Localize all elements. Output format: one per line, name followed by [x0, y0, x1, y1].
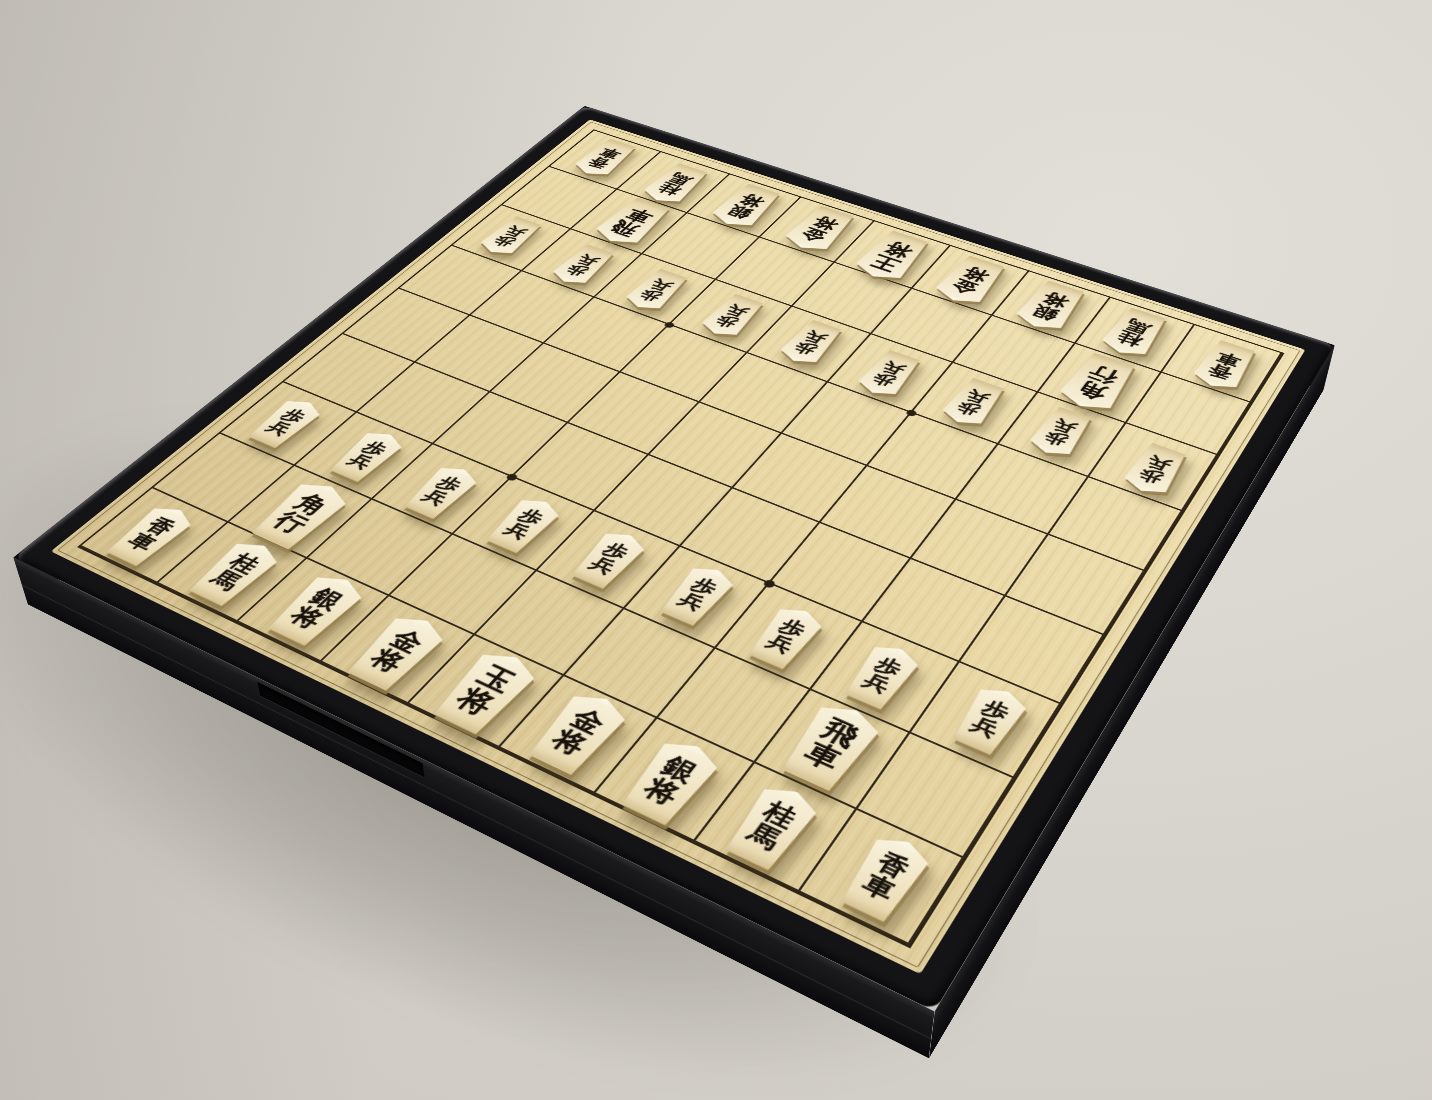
board-surface: 香車桂馬銀将金将王将金将銀将桂馬香車飛車角行歩兵歩兵歩兵歩兵歩兵歩兵歩兵歩兵歩兵…: [51, 119, 1306, 974]
piece-face: 玉将: [416, 640, 556, 743]
board-cell[interactable]: [715, 584, 862, 690]
star-point: [762, 579, 777, 589]
board-cell[interactable]: [389, 535, 537, 636]
piece-sente-pawn[interactable]: 歩兵: [937, 677, 1042, 762]
board-cell[interactable]: [694, 763, 856, 892]
board-cell[interactable]: [960, 597, 1105, 705]
piece-face: 飛車: [762, 692, 900, 801]
piece-sente-pawn[interactable]: 歩兵: [474, 490, 575, 559]
piece-sente-pawn[interactable]: 歩兵: [558, 523, 659, 594]
board-cell[interactable]: [799, 810, 964, 946]
piece-face: 歩兵: [937, 677, 1042, 762]
board-cell[interactable]: [595, 719, 755, 842]
photo-scene: 香車桂馬銀将金将王将金将銀将桂馬香車飛車角行歩兵歩兵歩兵歩兵歩兵歩兵歩兵歩兵歩兵…: [0, 0, 1432, 1100]
perspective-wrapper: 香車桂馬銀将金将王将金将銀将桂馬香車飛車角行歩兵歩兵歩兵歩兵歩兵歩兵歩兵歩兵歩兵…: [0, 0, 1432, 1100]
board-cell[interactable]: [956, 445, 1089, 535]
board-cell[interactable]: [755, 690, 910, 810]
piece-sente-lance[interactable]: 香車: [823, 824, 948, 931]
piece-sente-bishop[interactable]: 角行: [236, 472, 365, 557]
shogi-box: 香車桂馬銀将金将王将金将銀将桂馬香車飛車角行歩兵歩兵歩兵歩兵歩兵歩兵歩兵歩兵歩兵…: [13, 106, 1334, 1012]
board-cell[interactable]: [152, 434, 294, 523]
board-cell[interactable]: [307, 500, 453, 597]
star-point: [505, 473, 519, 482]
board-cell[interactable]: [820, 466, 956, 559]
piece-sente-pawn[interactable]: 歩兵: [734, 598, 838, 676]
board-cell[interactable]: [372, 444, 512, 534]
piece-gote-pawn[interactable]: 歩兵: [1110, 438, 1200, 502]
piece-face: 香車: [94, 498, 208, 573]
piece-face: 桂馬: [175, 532, 295, 613]
piece-face: 桂馬: [708, 774, 837, 879]
board-cell[interactable]: [594, 455, 732, 547]
piece-sente-lance[interactable]: 香車: [94, 498, 208, 573]
piece-sente-silver[interactable]: 銀将: [253, 565, 381, 654]
piece-face: 銀将: [253, 565, 381, 654]
board-cell[interactable]: [157, 523, 307, 622]
board-cell[interactable]: [862, 559, 1005, 663]
board-cell[interactable]: [680, 489, 820, 584]
piece-face: 角行: [236, 472, 365, 557]
board-cell[interactable]: [624, 547, 769, 649]
board-cell[interactable]: [657, 649, 810, 763]
board-cell[interactable]: [321, 596, 475, 704]
board-cell[interactable]: [237, 559, 389, 662]
board-cell[interactable]: [1006, 535, 1145, 636]
piece-sente-gold[interactable]: 金将: [331, 605, 463, 699]
piece-sente-silver[interactable]: 銀将: [603, 728, 738, 834]
piece-face: 歩兵: [830, 636, 935, 717]
piece-sente-pawn[interactable]: 歩兵: [646, 558, 748, 632]
board-cell[interactable]: [452, 477, 594, 571]
board-cell[interactable]: [228, 466, 372, 559]
board-cell[interactable]: [733, 434, 868, 523]
board-cell[interactable]: [536, 511, 680, 609]
piece-face: 歩兵: [646, 558, 748, 632]
piece-sente-king[interactable]: 玉将: [416, 640, 556, 743]
board-cell[interactable]: [408, 635, 564, 748]
piece-sente-gold[interactable]: 金将: [511, 682, 646, 784]
board-frame: 香車桂馬銀将金将王将金将銀将桂馬香車飛車角行歩兵歩兵歩兵歩兵歩兵歩兵歩兵歩兵歩兵…: [13, 106, 1334, 1012]
piece-sente-rook[interactable]: 飛車: [762, 692, 900, 801]
piece-face: 歩兵: [392, 458, 492, 524]
piece-sente-pawn[interactable]: 歩兵: [392, 458, 492, 524]
piece-sente-pawn[interactable]: 歩兵: [830, 636, 935, 717]
board-cell[interactable]: [910, 663, 1061, 779]
board-cell[interactable]: [911, 500, 1049, 597]
piece-face: 歩兵: [474, 490, 575, 559]
piece-sente-knight[interactable]: 桂馬: [708, 774, 837, 879]
piece-face: 歩兵: [558, 523, 659, 594]
board-cell[interactable]: [474, 571, 624, 676]
piece-face: 金将: [331, 605, 463, 699]
board-cell[interactable]: [769, 523, 910, 622]
board-cell[interactable]: [564, 609, 715, 719]
board-cell[interactable]: [499, 676, 657, 794]
piece-sente-knight[interactable]: 桂馬: [175, 532, 295, 613]
piece-face: 香車: [823, 824, 948, 931]
board-grid: 香車桂馬銀将金将王将金将銀将桂馬香車飛車角行歩兵歩兵歩兵歩兵歩兵歩兵歩兵歩兵歩兵…: [77, 129, 1284, 948]
board-cell[interactable]: [1048, 477, 1182, 571]
piece-face: 歩兵: [734, 598, 838, 676]
board-cell[interactable]: [80, 488, 228, 583]
piece-face: 金将: [511, 682, 646, 784]
board-cell[interactable]: [811, 622, 960, 733]
piece-face: 銀将: [603, 728, 738, 834]
board-cell[interactable]: [857, 734, 1014, 859]
piece-face: 歩兵: [1110, 438, 1200, 502]
